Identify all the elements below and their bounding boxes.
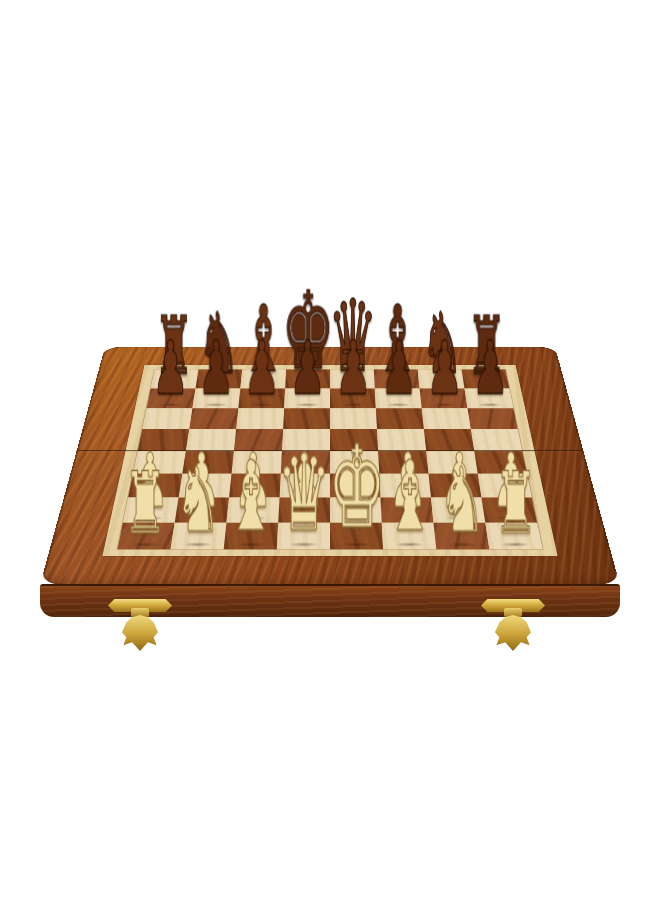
- piece-white-knight[interactable]: ♞: [175, 455, 221, 545]
- square-c1[interactable]: ♝: [224, 523, 279, 550]
- brass-latch-right: [481, 599, 545, 651]
- brass-latch-left: [108, 599, 172, 651]
- square-a6[interactable]: [142, 408, 192, 429]
- board-grid: ♜♞♝♚♛♝♞♜♟♟♟♟♟♟♟♟♟♟♟♟♟♟♟♟♜♞♝♛♚♝♞♜: [117, 370, 542, 550]
- piece-white-bishop[interactable]: ♝: [385, 448, 434, 545]
- square-d6[interactable]: [283, 408, 330, 429]
- square-h7[interactable]: ♟: [464, 388, 513, 408]
- piece-white-queen[interactable]: ♛: [277, 440, 331, 545]
- board-border: ♜♞♝♚♛♝♞♜♟♟♟♟♟♟♟♟♟♟♟♟♟♟♟♟♜♞♝♛♚♝♞♜: [102, 365, 557, 556]
- square-c6[interactable]: [236, 408, 284, 429]
- piece-black-pawn[interactable]: ♟: [197, 331, 234, 405]
- piece-white-king[interactable]: ♚: [327, 431, 385, 545]
- piece-black-pawn[interactable]: ♟: [243, 331, 280, 405]
- square-g7[interactable]: ♟: [420, 388, 468, 408]
- piece-white-knight[interactable]: ♞: [440, 455, 486, 545]
- square-e7[interactable]: ♟: [330, 388, 376, 408]
- piece-white-bishop[interactable]: ♝: [226, 448, 275, 545]
- square-b7[interactable]: ♟: [192, 388, 240, 408]
- square-g1[interactable]: ♞: [434, 523, 490, 550]
- square-c7[interactable]: ♟: [238, 388, 285, 408]
- piece-black-pawn[interactable]: ♟: [471, 331, 508, 405]
- product-photo: ♜♞♝♚♛♝♞♜♟♟♟♟♟♟♟♟♟♟♟♟♟♟♟♟♜♞♝♛♚♝♞♜: [0, 0, 660, 900]
- piece-black-pawn[interactable]: ♟: [380, 331, 417, 405]
- square-f1[interactable]: ♝: [382, 523, 437, 550]
- square-a7[interactable]: ♟: [147, 388, 196, 408]
- piece-black-pawn[interactable]: ♟: [334, 331, 371, 405]
- piece-black-pawn[interactable]: ♟: [289, 331, 326, 405]
- piece-white-rook[interactable]: ♜: [494, 460, 537, 545]
- square-f7[interactable]: ♟: [375, 388, 422, 408]
- square-a1[interactable]: ♜: [117, 523, 174, 550]
- square-b6[interactable]: [189, 408, 238, 429]
- square-h1[interactable]: ♜: [485, 523, 542, 550]
- square-b1[interactable]: ♞: [171, 523, 227, 550]
- latch-pendant-icon: [495, 615, 531, 651]
- square-e1[interactable]: ♚: [330, 523, 383, 550]
- chess-board-top: ♜♞♝♚♛♝♞♜♟♟♟♟♟♟♟♟♟♟♟♟♟♟♟♟♜♞♝♛♚♝♞♜: [40, 347, 620, 585]
- square-h6[interactable]: [468, 408, 518, 429]
- latch-pendant-icon: [122, 615, 158, 651]
- piece-black-pawn[interactable]: ♟: [426, 331, 463, 405]
- piece-white-rook[interactable]: ♜: [123, 460, 166, 545]
- square-d1[interactable]: ♛: [277, 523, 330, 550]
- square-d7[interactable]: ♟: [284, 388, 330, 408]
- piece-black-pawn[interactable]: ♟: [152, 331, 189, 405]
- box-front-face: [40, 584, 620, 617]
- square-g6[interactable]: [422, 408, 471, 429]
